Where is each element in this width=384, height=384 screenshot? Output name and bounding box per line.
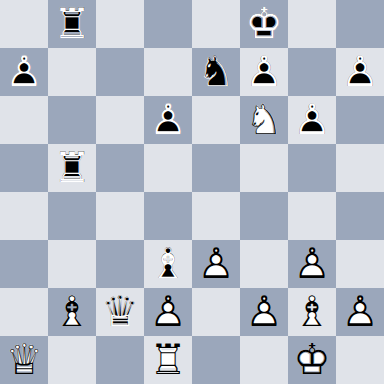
white-pawn-outline-glyph: ♙ xyxy=(288,240,336,288)
black-pawn-outline-glyph: ♙ xyxy=(336,48,384,96)
square-h5[interactable] xyxy=(336,144,384,192)
square-f3[interactable] xyxy=(240,240,288,288)
square-c3[interactable] xyxy=(96,240,144,288)
square-g2[interactable]: ♝♗ xyxy=(288,288,336,336)
square-a6[interactable] xyxy=(0,96,48,144)
square-f1[interactable] xyxy=(240,336,288,384)
piece-black-pawn[interactable]: ♟♙ xyxy=(288,96,336,144)
square-e5[interactable] xyxy=(192,144,240,192)
square-e8[interactable] xyxy=(192,0,240,48)
black-bishop-outline-glyph: ♗ xyxy=(144,240,192,288)
square-f2[interactable]: ♟♙ xyxy=(240,288,288,336)
square-g5[interactable] xyxy=(288,144,336,192)
square-g1[interactable]: ♚♔ xyxy=(288,336,336,384)
square-a1[interactable]: ♛♕ xyxy=(0,336,48,384)
square-h4[interactable] xyxy=(336,192,384,240)
square-c4[interactable] xyxy=(96,192,144,240)
piece-black-rook[interactable]: ♜♖ xyxy=(48,144,96,192)
square-d8[interactable] xyxy=(144,0,192,48)
white-king-outline-glyph: ♔ xyxy=(288,336,336,384)
square-e3[interactable]: ♟♙ xyxy=(192,240,240,288)
white-bishop-outline-glyph: ♗ xyxy=(288,288,336,336)
square-c5[interactable] xyxy=(96,144,144,192)
square-a4[interactable] xyxy=(0,192,48,240)
square-d3[interactable]: ♝♗ xyxy=(144,240,192,288)
square-c1[interactable] xyxy=(96,336,144,384)
square-f5[interactable] xyxy=(240,144,288,192)
square-e7[interactable]: ♞♘ xyxy=(192,48,240,96)
square-c8[interactable] xyxy=(96,0,144,48)
square-h1[interactable] xyxy=(336,336,384,384)
black-rook-outline-glyph: ♖ xyxy=(48,0,96,48)
square-d1[interactable]: ♜♖ xyxy=(144,336,192,384)
square-a8[interactable] xyxy=(0,0,48,48)
piece-white-knight[interactable]: ♞♘ xyxy=(240,96,288,144)
square-g4[interactable] xyxy=(288,192,336,240)
square-h7[interactable]: ♟♙ xyxy=(336,48,384,96)
square-h2[interactable]: ♟♙ xyxy=(336,288,384,336)
square-c2[interactable]: ♛♕ xyxy=(96,288,144,336)
piece-black-pawn[interactable]: ♟♙ xyxy=(144,96,192,144)
piece-black-pawn[interactable]: ♟♙ xyxy=(240,48,288,96)
square-b2[interactable]: ♝♗ xyxy=(48,288,96,336)
square-e4[interactable] xyxy=(192,192,240,240)
black-knight-outline-glyph: ♘ xyxy=(192,48,240,96)
square-e1[interactable] xyxy=(192,336,240,384)
piece-black-knight[interactable]: ♞♘ xyxy=(192,48,240,96)
square-g7[interactable] xyxy=(288,48,336,96)
square-b1[interactable] xyxy=(48,336,96,384)
square-a7[interactable]: ♟♙ xyxy=(0,48,48,96)
piece-white-queen[interactable]: ♛♕ xyxy=(0,336,48,384)
square-b5[interactable]: ♜♖ xyxy=(48,144,96,192)
square-d6[interactable]: ♟♙ xyxy=(144,96,192,144)
square-b4[interactable] xyxy=(48,192,96,240)
square-a2[interactable] xyxy=(0,288,48,336)
piece-white-king[interactable]: ♚♔ xyxy=(288,336,336,384)
piece-white-bishop[interactable]: ♝♗ xyxy=(48,288,96,336)
piece-black-queen[interactable]: ♛♕ xyxy=(96,288,144,336)
black-pawn-outline-glyph: ♙ xyxy=(240,48,288,96)
square-e2[interactable] xyxy=(192,288,240,336)
black-pawn-outline-glyph: ♙ xyxy=(144,96,192,144)
piece-white-rook[interactable]: ♜♖ xyxy=(144,336,192,384)
white-pawn-outline-glyph: ♙ xyxy=(240,288,288,336)
square-h6[interactable] xyxy=(336,96,384,144)
piece-black-pawn[interactable]: ♟♙ xyxy=(0,48,48,96)
square-d2[interactable]: ♟♙ xyxy=(144,288,192,336)
chess-board: ♜♖♚♔♟♙♞♘♟♙♟♙♟♙♞♘♟♙♜♖♝♗♟♙♟♙♝♗♛♕♟♙♟♙♝♗♟♙♛♕… xyxy=(0,0,384,384)
black-pawn-outline-glyph: ♙ xyxy=(288,96,336,144)
piece-white-pawn[interactable]: ♟♙ xyxy=(240,288,288,336)
piece-black-pawn[interactable]: ♟♙ xyxy=(336,48,384,96)
square-b6[interactable] xyxy=(48,96,96,144)
white-bishop-outline-glyph: ♗ xyxy=(48,288,96,336)
piece-white-pawn[interactable]: ♟♙ xyxy=(192,240,240,288)
square-f4[interactable] xyxy=(240,192,288,240)
white-queen-outline-glyph: ♕ xyxy=(0,336,48,384)
piece-black-king[interactable]: ♚♔ xyxy=(240,0,288,48)
square-d5[interactable] xyxy=(144,144,192,192)
square-h3[interactable] xyxy=(336,240,384,288)
piece-white-pawn[interactable]: ♟♙ xyxy=(336,288,384,336)
square-b8[interactable]: ♜♖ xyxy=(48,0,96,48)
square-d7[interactable] xyxy=(144,48,192,96)
black-pawn-outline-glyph: ♙ xyxy=(0,48,48,96)
square-b7[interactable] xyxy=(48,48,96,96)
square-c6[interactable] xyxy=(96,96,144,144)
piece-white-bishop[interactable]: ♝♗ xyxy=(288,288,336,336)
square-a5[interactable] xyxy=(0,144,48,192)
square-c7[interactable] xyxy=(96,48,144,96)
square-g3[interactable]: ♟♙ xyxy=(288,240,336,288)
white-pawn-outline-glyph: ♙ xyxy=(144,288,192,336)
white-pawn-outline-glyph: ♙ xyxy=(336,288,384,336)
square-g8[interactable] xyxy=(288,0,336,48)
black-rook-outline-glyph: ♖ xyxy=(48,144,96,192)
square-h8[interactable] xyxy=(336,0,384,48)
black-queen-outline-glyph: ♕ xyxy=(96,288,144,336)
piece-white-pawn[interactable]: ♟♙ xyxy=(288,240,336,288)
square-a3[interactable] xyxy=(0,240,48,288)
square-g6[interactable]: ♟♙ xyxy=(288,96,336,144)
square-e6[interactable] xyxy=(192,96,240,144)
white-knight-outline-glyph: ♘ xyxy=(240,96,288,144)
black-king-outline-glyph: ♔ xyxy=(240,0,288,48)
square-f7[interactable]: ♟♙ xyxy=(240,48,288,96)
white-pawn-outline-glyph: ♙ xyxy=(192,240,240,288)
square-f6[interactable]: ♞♘ xyxy=(240,96,288,144)
white-rook-outline-glyph: ♖ xyxy=(144,336,192,384)
piece-black-rook[interactable]: ♜♖ xyxy=(48,0,96,48)
square-f8[interactable]: ♚♔ xyxy=(240,0,288,48)
square-b3[interactable] xyxy=(48,240,96,288)
piece-white-pawn[interactable]: ♟♙ xyxy=(144,288,192,336)
square-d4[interactable] xyxy=(144,192,192,240)
piece-black-bishop[interactable]: ♝♗ xyxy=(144,240,192,288)
